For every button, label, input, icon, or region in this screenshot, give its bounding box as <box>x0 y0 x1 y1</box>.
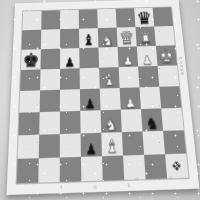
square-f8[interactable] <box>116 8 136 27</box>
piece-white-pawn[interactable]: ♟ <box>122 55 133 67</box>
piece-black-pawn[interactable]: ♟ <box>65 56 76 68</box>
square-d5[interactable] <box>80 68 100 89</box>
piece-white-bishop[interactable]: ♝ <box>102 72 116 88</box>
square-g8[interactable]: ♛ <box>134 8 154 27</box>
square-e2[interactable]: ♝ <box>101 132 123 156</box>
square-h7[interactable] <box>154 26 175 46</box>
square-a5[interactable] <box>20 69 40 91</box>
square-f3[interactable] <box>121 109 143 132</box>
square-d6[interactable] <box>79 48 99 69</box>
square-d4[interactable]: ♟ <box>80 89 101 111</box>
piece-black-pawn[interactable]: ♟ <box>86 142 98 157</box>
square-d8[interactable] <box>79 9 98 28</box>
piece-white-bishop[interactable]: ♝ <box>105 138 120 156</box>
square-a4[interactable] <box>19 90 40 112</box>
square-f7[interactable]: ♛ <box>117 27 137 47</box>
square-b5[interactable] <box>40 69 60 91</box>
square-h5[interactable] <box>158 65 180 86</box>
square-d2[interactable]: ♟ <box>81 133 102 157</box>
square-e4[interactable] <box>100 88 121 110</box>
square-a3[interactable] <box>18 112 39 135</box>
square-g5[interactable] <box>138 66 159 87</box>
square-e3[interactable]: ♞ <box>100 110 121 133</box>
square-g7[interactable]: ♜ <box>135 27 155 47</box>
square-f5[interactable] <box>119 67 140 88</box>
square-c8[interactable] <box>60 10 79 29</box>
piece-black-knight[interactable]: ♞ <box>145 115 159 131</box>
piece-white-knight[interactable]: ♞ <box>105 116 119 132</box>
photo-of-chessboard: ♛♝♞♛♜♚♟♟♟♚♝♟♟♞♞♟♝❖ CHESS a b c d e f g h <box>0 0 200 200</box>
board-brand-text: CHESS <box>178 57 185 76</box>
square-b8[interactable] <box>41 10 60 29</box>
square-g4[interactable] <box>140 87 162 109</box>
square-c6[interactable]: ♟ <box>60 48 80 69</box>
square-b7[interactable] <box>41 29 60 49</box>
piece-white-rook[interactable]: ♜ <box>139 31 153 46</box>
square-b6[interactable] <box>40 49 60 70</box>
square-f2[interactable] <box>122 132 144 156</box>
piece-white-queen[interactable]: ♛ <box>119 29 135 47</box>
piece-black-queen[interactable]: ♛ <box>136 10 152 27</box>
square-e5[interactable]: ♝ <box>99 67 120 88</box>
square-c7[interactable] <box>60 29 79 49</box>
square-h3[interactable] <box>161 108 183 131</box>
square-a8[interactable] <box>22 11 41 30</box>
board-border: ♛♝♞♛♜♚♟♟♟♚♝♟♟♞♞♟♝❖ CHESS a b c d e f g h <box>17 7 189 183</box>
square-b3[interactable] <box>39 112 60 135</box>
square-h6[interactable]: ♚ <box>156 45 177 66</box>
board-perspective-wrapper: ♛♝♞♛♜♚♟♟♟♚♝♟♟♞♞♟♝❖ CHESS a b c d e f g h <box>6 0 200 200</box>
square-c3[interactable] <box>60 111 81 134</box>
board-corner-logo-icon: ❖ <box>171 159 183 173</box>
square-h8[interactable] <box>153 7 173 26</box>
square-b4[interactable] <box>40 90 60 112</box>
square-f4[interactable]: ♟ <box>120 87 141 109</box>
piece-black-bishop[interactable]: ♝ <box>82 33 95 48</box>
square-c2[interactable] <box>60 133 81 157</box>
piece-black-king[interactable]: ♚ <box>22 50 39 70</box>
square-d3[interactable] <box>80 110 101 133</box>
chessboard[interactable]: ♛♝♞♛♜♚♟♟♟♚♝♟♟♞♞♟♝❖ <box>17 7 189 183</box>
square-e6[interactable] <box>98 47 118 68</box>
square-c4[interactable] <box>60 89 80 111</box>
square-g6[interactable]: ♟ <box>137 46 158 67</box>
piece-white-pawn[interactable]: ♟ <box>125 96 137 109</box>
square-a7[interactable] <box>22 30 42 50</box>
square-h4[interactable] <box>159 86 181 108</box>
square-e8[interactable] <box>97 9 116 28</box>
square-f6[interactable]: ♟ <box>118 46 138 67</box>
square-a2[interactable] <box>18 135 40 159</box>
square-g3[interactable]: ♞ <box>141 108 163 131</box>
square-c5[interactable] <box>60 68 80 90</box>
square-d7[interactable]: ♝ <box>79 28 98 48</box>
square-e7[interactable]: ♞ <box>98 28 118 48</box>
square-h2[interactable] <box>163 130 186 154</box>
square-b2[interactable] <box>39 134 60 158</box>
piece-white-knight[interactable]: ♞ <box>102 33 115 47</box>
square-g2[interactable] <box>142 131 165 155</box>
piece-white-king[interactable]: ♚ <box>157 46 175 66</box>
square-a6[interactable]: ♚ <box>21 49 41 70</box>
piece-black-pawn[interactable]: ♟ <box>85 97 96 110</box>
piece-white-pawn[interactable]: ♟ <box>142 54 153 66</box>
